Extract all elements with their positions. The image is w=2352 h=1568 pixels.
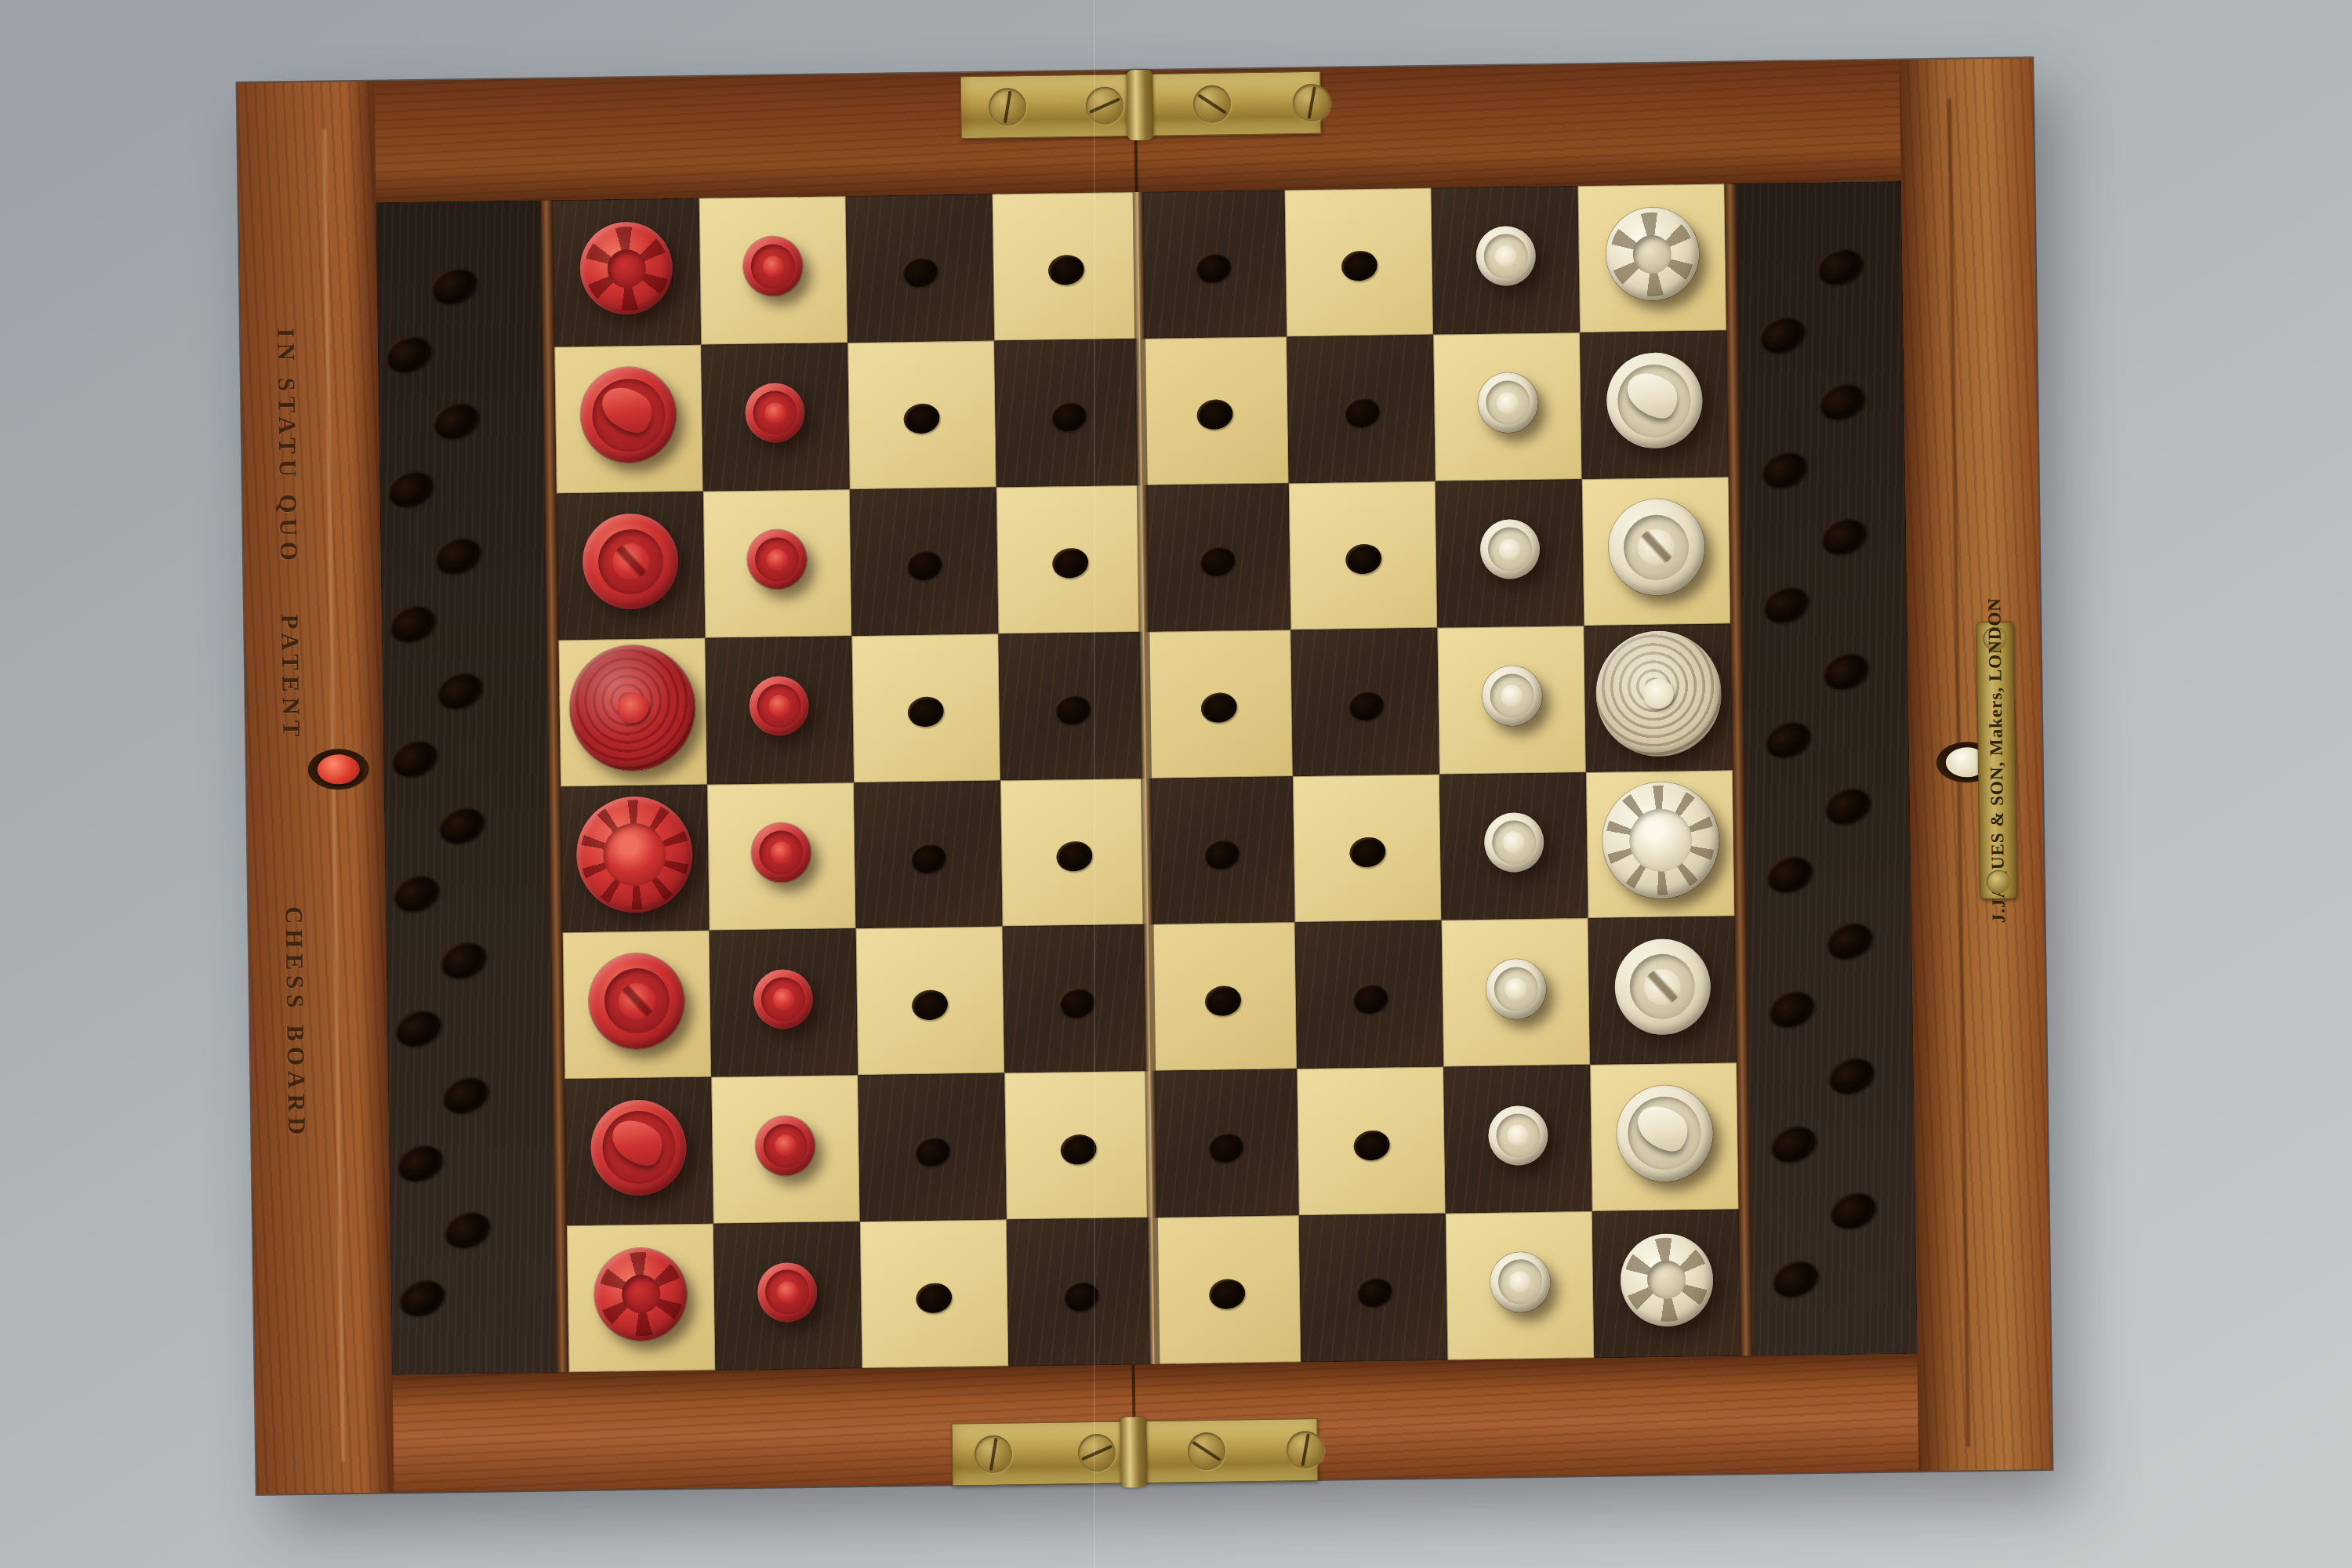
storage-hole <box>391 1139 448 1188</box>
square-r8c4 <box>1007 1218 1155 1366</box>
square-r3c5 <box>1142 483 1290 631</box>
white-knight <box>1616 1085 1713 1182</box>
square-r3c6 <box>1289 481 1437 630</box>
square-r6c3 <box>855 927 1004 1075</box>
storage-hole <box>1813 377 1870 426</box>
storage-hole <box>1764 1120 1820 1168</box>
peg-hole <box>1051 546 1091 581</box>
square-r5c2 <box>707 782 855 931</box>
storage-hole <box>1811 242 1867 291</box>
white-pawn <box>1486 959 1546 1019</box>
red-king <box>576 796 694 913</box>
storage-tray-right <box>1737 181 1918 1356</box>
peg-hole <box>1207 1276 1247 1312</box>
square-r7c4 <box>1004 1071 1152 1219</box>
storage-hole <box>425 262 481 310</box>
stamp-text: IN STATU QUO <box>271 328 303 566</box>
storage-hole <box>1823 1051 1879 1100</box>
square-r3c7 <box>1436 479 1584 627</box>
square-r8c6 <box>1299 1214 1447 1362</box>
storage-hole <box>389 1004 445 1053</box>
red-pawn <box>753 969 814 1029</box>
hinge-screw <box>1193 85 1232 123</box>
square-r3c2 <box>703 489 851 637</box>
red-bishop <box>589 953 686 1050</box>
storage-hole <box>382 465 438 514</box>
square-r3c4 <box>996 485 1144 633</box>
stamp-chess-board: CHESS BOARD <box>274 855 315 1192</box>
square-r5c3 <box>854 780 1002 928</box>
square-r5c8 <box>1586 770 1734 918</box>
square-r4c7 <box>1438 626 1586 774</box>
storage-hole <box>438 1206 495 1254</box>
square-r6c4 <box>1002 924 1150 1073</box>
square-r8c7 <box>1446 1211 1594 1359</box>
hinge-knuckle <box>1120 1417 1147 1487</box>
red-pawn <box>757 1261 818 1322</box>
storage-hole <box>426 397 483 445</box>
storage-hole <box>436 1071 492 1120</box>
storage-hole <box>1766 1254 1823 1303</box>
square-r7c8 <box>1590 1063 1738 1211</box>
peg-hole <box>1056 985 1096 1021</box>
square-r1c4 <box>992 192 1140 340</box>
red-pawn <box>747 529 808 590</box>
hinge-screw <box>989 88 1027 126</box>
square-r5c1 <box>561 784 709 932</box>
peg-hole <box>1343 542 1383 577</box>
red-knight <box>590 1099 688 1196</box>
storage-hole <box>1819 782 1875 830</box>
stamp-text: PATENT <box>275 614 305 742</box>
hinge-screw <box>1078 1434 1116 1472</box>
square-r8c3 <box>860 1220 1008 1368</box>
stamp-in-statu-quo: IN STATU QUO <box>267 282 307 612</box>
white-bishop <box>1608 499 1705 596</box>
white-rook <box>1606 208 1700 302</box>
peg-hole <box>902 401 942 437</box>
square-r1c2 <box>699 196 848 344</box>
peg-hole <box>1339 249 1379 284</box>
peg-hole <box>1349 982 1389 1017</box>
peg-hole <box>1052 692 1092 728</box>
peg-hole <box>1205 1130 1245 1165</box>
square-r5c4 <box>1000 778 1149 926</box>
peg-hole <box>1352 1127 1392 1163</box>
peg-hole <box>1196 544 1236 579</box>
stamp-text: CHESS BOARD <box>279 906 310 1141</box>
square-r6c6 <box>1295 920 1443 1069</box>
photograph-backdrop: IN STATU QUO PATENT CHESS BOARD J.JAQUES… <box>0 0 2352 1568</box>
white-pawn <box>1490 1251 1550 1312</box>
square-r6c5 <box>1149 923 1297 1071</box>
red-pawn <box>749 676 809 736</box>
square-r1c5 <box>1138 190 1287 338</box>
peg-hole <box>1046 252 1086 288</box>
square-r1c7 <box>1432 186 1580 334</box>
red-knight <box>580 367 677 464</box>
square-r7c6 <box>1298 1067 1446 1215</box>
storage-hole <box>1815 512 1871 561</box>
hinge-screw <box>975 1435 1013 1473</box>
square-r3c1 <box>557 492 705 640</box>
square-r2c6 <box>1287 335 1436 483</box>
square-r4c1 <box>558 637 706 786</box>
square-r8c1 <box>567 1224 715 1372</box>
storage-hole <box>1755 445 1811 494</box>
storage-hole <box>1762 985 1819 1033</box>
square-r2c3 <box>848 341 996 489</box>
peg-hole <box>1341 395 1381 430</box>
square-r6c2 <box>710 929 858 1077</box>
white-pawn <box>1483 812 1544 873</box>
storage-hole <box>386 735 442 783</box>
peg-hole <box>1048 399 1088 434</box>
peg-hole <box>910 987 950 1022</box>
stamp-patent: PATENT <box>270 568 310 789</box>
white-bishop <box>1614 938 1711 1036</box>
peg-hole <box>1353 1274 1393 1309</box>
peg-hole <box>1201 837 1241 872</box>
peg-hole <box>906 695 946 730</box>
square-r8c2 <box>713 1221 862 1370</box>
red-pawn <box>745 383 805 443</box>
hinge-screw <box>1188 1432 1226 1471</box>
brass-hinge-top <box>960 71 1322 139</box>
white-rook <box>1620 1233 1714 1327</box>
makers-plaque: J.JAQUES & SON, Makers, LONDON <box>1976 622 2017 900</box>
red-queen <box>569 644 696 771</box>
white-pawn <box>1488 1105 1548 1166</box>
square-r5c7 <box>1439 772 1588 920</box>
peg-knob <box>318 754 361 785</box>
red-rook <box>594 1247 688 1341</box>
square-r6c1 <box>563 931 711 1079</box>
peg-hole <box>1345 688 1385 724</box>
square-r1c8 <box>1578 184 1726 332</box>
red-pawn <box>751 822 811 883</box>
square-r3c3 <box>850 487 998 635</box>
white-king <box>1602 782 1719 899</box>
storage-hole <box>387 869 444 918</box>
square-r8c5 <box>1152 1215 1301 1363</box>
peg-hole <box>1058 1132 1098 1167</box>
peg-hole <box>900 255 940 290</box>
square-r4c8 <box>1584 623 1732 771</box>
square-r1c6 <box>1285 188 1433 336</box>
hinge-screw <box>1086 86 1124 125</box>
peg-hole <box>1054 839 1094 874</box>
square-r4c4 <box>998 632 1146 780</box>
square-r8c8 <box>1592 1210 1740 1358</box>
square-r4c5 <box>1145 630 1293 778</box>
square-r2c7 <box>1433 332 1581 481</box>
storage-hole <box>433 801 489 850</box>
red-pawn <box>743 236 804 296</box>
square-r4c2 <box>705 636 853 784</box>
square-r1c1 <box>553 198 701 347</box>
peg-hole <box>1192 251 1232 286</box>
white-pawn <box>1475 226 1536 286</box>
storage-hole <box>1820 916 1877 965</box>
square-r4c3 <box>851 633 1000 782</box>
storage-tray-left <box>376 201 557 1375</box>
white-pawn <box>1479 519 1540 579</box>
peg-hole <box>904 548 944 583</box>
square-r2c1 <box>554 345 702 493</box>
storage-hole <box>393 1274 449 1323</box>
peg-hole <box>1348 835 1388 870</box>
white-pawn <box>1478 372 1538 433</box>
storage-hole <box>1761 850 1817 898</box>
square-r6c8 <box>1588 916 1737 1065</box>
square-r6c7 <box>1442 918 1590 1066</box>
peg-hole <box>1195 397 1235 433</box>
storage-hole <box>1759 715 1815 764</box>
square-r7c2 <box>711 1075 859 1223</box>
peg-hole <box>1199 690 1239 725</box>
storage-hole <box>429 532 485 580</box>
square-r2c5 <box>1141 336 1289 485</box>
square-r3c8 <box>1582 477 1730 625</box>
peg-hole <box>1203 983 1243 1018</box>
peg-hole <box>1061 1278 1101 1313</box>
storage-hole <box>1817 647 1874 695</box>
square-r4c6 <box>1291 627 1439 775</box>
storage-hole <box>379 330 436 379</box>
peg-hole <box>914 1280 954 1316</box>
peg-hole <box>912 1134 952 1169</box>
square-r1c3 <box>845 194 993 343</box>
square-r7c7 <box>1443 1065 1592 1213</box>
brass-hinge-bottom <box>952 1418 1319 1486</box>
red-bishop <box>583 513 680 610</box>
square-r5c6 <box>1293 774 1441 922</box>
frame-left <box>238 82 394 1494</box>
storage-hole <box>1824 1186 1881 1235</box>
white-knight <box>1606 352 1703 449</box>
square-r2c2 <box>701 343 849 491</box>
storage-hole <box>434 936 491 985</box>
box-cavity <box>376 181 1918 1374</box>
storage-hole <box>1753 310 1809 359</box>
square-r5c5 <box>1147 776 1295 924</box>
storage-hole <box>383 600 440 648</box>
square-r2c8 <box>1580 330 1728 478</box>
hinge-knuckle <box>1126 70 1153 140</box>
square-r2c4 <box>994 339 1142 487</box>
storage-hole <box>430 666 487 715</box>
chess-box: IN STATU QUO PATENT CHESS BOARD J.JAQUES… <box>238 58 2053 1494</box>
white-pawn <box>1482 666 1542 726</box>
white-queen <box>1595 630 1722 757</box>
square-r7c1 <box>564 1077 713 1225</box>
red-rook <box>580 222 674 316</box>
square-r7c5 <box>1151 1069 1299 1218</box>
red-pawn <box>755 1116 815 1176</box>
peg-hole <box>908 841 948 877</box>
square-r7c3 <box>858 1073 1006 1221</box>
storage-hole <box>1757 580 1813 629</box>
